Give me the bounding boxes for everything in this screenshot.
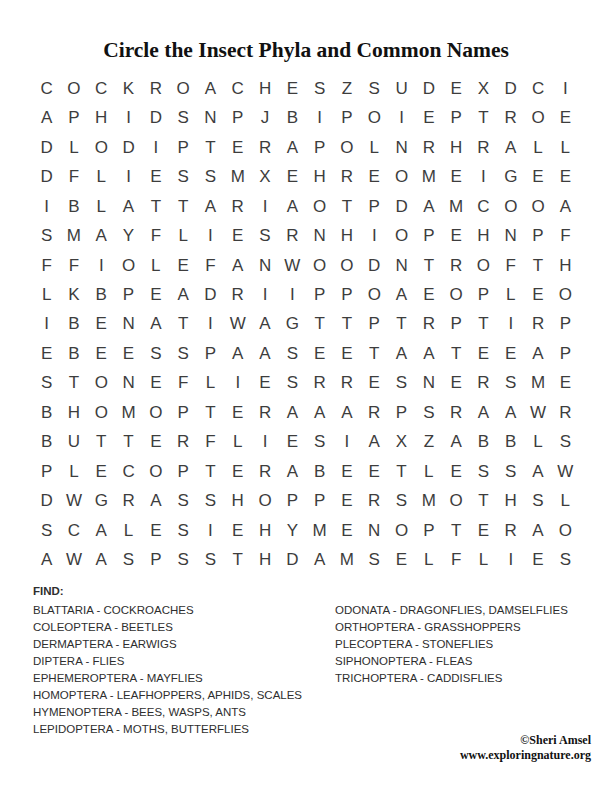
grid-cell[interactable]: T (361, 339, 388, 368)
grid-cell[interactable]: S (279, 369, 306, 398)
grid-cell[interactable]: E (552, 103, 579, 132)
grid-cell[interactable]: N (251, 251, 278, 280)
grid-cell[interactable]: L (197, 369, 224, 398)
grid-cell[interactable]: E (251, 369, 278, 398)
grid-cell[interactable]: L (524, 428, 551, 457)
grid-cell[interactable]: N (361, 516, 388, 545)
grid-cell[interactable]: P (415, 516, 442, 545)
grid-cell[interactable]: E (224, 133, 251, 162)
grid-cell[interactable]: L (60, 457, 87, 486)
grid-cell[interactable]: T (60, 369, 87, 398)
grid-cell[interactable]: S (306, 428, 333, 457)
grid-cell[interactable]: S (169, 516, 196, 545)
grid-cell[interactable]: D (197, 280, 224, 309)
grid-cell[interactable]: O (142, 398, 169, 427)
grid-cell[interactable]: F (33, 251, 60, 280)
grid-cell[interactable]: E (279, 74, 306, 103)
grid-cell[interactable]: E (224, 398, 251, 427)
grid-cell[interactable]: E (142, 162, 169, 191)
grid-cell[interactable]: O (306, 192, 333, 221)
grid-cell[interactable]: P (60, 103, 87, 132)
grid-cell[interactable]: U (60, 428, 87, 457)
grid-cell[interactable]: X (251, 162, 278, 191)
grid-cell[interactable]: E (361, 457, 388, 486)
grid-cell[interactable]: T (169, 192, 196, 221)
grid-cell[interactable]: O (361, 280, 388, 309)
grid-cell[interactable]: T (470, 103, 497, 132)
grid-cell[interactable]: B (60, 192, 87, 221)
grid-cell[interactable]: L (33, 280, 60, 309)
grid-cell[interactable]: L (524, 133, 551, 162)
grid-cell[interactable]: G (497, 162, 524, 191)
grid-cell[interactable]: S (251, 221, 278, 250)
grid-cell[interactable]: S (552, 428, 579, 457)
grid-cell[interactable]: P (306, 133, 333, 162)
grid-cell[interactable]: H (442, 133, 469, 162)
grid-cell[interactable]: O (88, 398, 115, 427)
grid-cell[interactable]: T (142, 192, 169, 221)
grid-cell[interactable]: R (251, 398, 278, 427)
grid-cell[interactable]: R (497, 516, 524, 545)
grid-cell[interactable]: J (251, 103, 278, 132)
grid-cell[interactable]: H (224, 487, 251, 516)
grid-cell[interactable]: C (88, 74, 115, 103)
grid-cell[interactable]: T (388, 310, 415, 339)
grid-cell[interactable]: P (169, 398, 196, 427)
grid-cell[interactable]: R (470, 369, 497, 398)
grid-cell[interactable]: S (388, 487, 415, 516)
grid-cell[interactable]: D (415, 74, 442, 103)
grid-cell[interactable]: A (279, 398, 306, 427)
grid-cell[interactable]: T (442, 339, 469, 368)
grid-cell[interactable]: E (470, 516, 497, 545)
grid-cell[interactable]: E (169, 251, 196, 280)
grid-cell[interactable]: O (552, 516, 579, 545)
grid-cell[interactable]: W (279, 251, 306, 280)
grid-cell[interactable]: E (224, 516, 251, 545)
grid-cell[interactable]: O (169, 74, 196, 103)
grid-cell[interactable]: S (169, 487, 196, 516)
grid-cell[interactable]: E (361, 369, 388, 398)
grid-cell[interactable]: S (470, 457, 497, 486)
grid-cell[interactable]: A (415, 192, 442, 221)
grid-cell[interactable]: D (142, 103, 169, 132)
grid-cell[interactable]: F (169, 369, 196, 398)
grid-cell[interactable]: I (115, 103, 142, 132)
grid-cell[interactable]: R (415, 310, 442, 339)
grid-cell[interactable]: R (224, 280, 251, 309)
grid-cell[interactable]: B (60, 339, 87, 368)
grid-cell[interactable]: O (88, 133, 115, 162)
grid-cell[interactable]: S (33, 221, 60, 250)
grid-cell[interactable]: I (497, 546, 524, 575)
grid-cell[interactable]: T (470, 310, 497, 339)
grid-cell[interactable]: R (333, 369, 360, 398)
grid-cell[interactable]: D (115, 133, 142, 162)
grid-cell[interactable]: I (33, 310, 60, 339)
grid-cell[interactable]: H (88, 103, 115, 132)
grid-cell[interactable]: M (60, 221, 87, 250)
grid-cell[interactable]: E (524, 280, 551, 309)
grid-cell[interactable]: O (524, 192, 551, 221)
grid-cell[interactable]: T (524, 251, 551, 280)
grid-cell[interactable]: F (142, 221, 169, 250)
grid-cell[interactable]: B (470, 428, 497, 457)
grid-cell[interactable]: R (306, 369, 333, 398)
grid-cell[interactable]: S (169, 339, 196, 368)
grid-cell[interactable]: P (333, 103, 360, 132)
grid-cell[interactable]: O (142, 457, 169, 486)
grid-cell[interactable]: E (552, 162, 579, 191)
grid-cell[interactable]: I (88, 251, 115, 280)
grid-cell[interactable]: Z (415, 428, 442, 457)
grid-cell[interactable]: A (306, 546, 333, 575)
grid-cell[interactable]: C (115, 457, 142, 486)
grid-cell[interactable]: C (470, 192, 497, 221)
grid-cell[interactable]: E (442, 369, 469, 398)
grid-cell[interactable]: E (115, 339, 142, 368)
grid-cell[interactable]: B (497, 428, 524, 457)
grid-cell[interactable]: M (224, 162, 251, 191)
grid-cell[interactable]: E (333, 487, 360, 516)
grid-cell[interactable]: D (33, 162, 60, 191)
grid-cell[interactable]: A (88, 546, 115, 575)
grid-cell[interactable]: S (169, 546, 196, 575)
grid-cell[interactable]: S (388, 369, 415, 398)
grid-cell[interactable]: O (333, 251, 360, 280)
grid-cell[interactable]: W (60, 546, 87, 575)
grid-cell[interactable]: I (197, 310, 224, 339)
grid-cell[interactable]: R (115, 487, 142, 516)
grid-cell[interactable]: I (552, 74, 579, 103)
grid-cell[interactable]: F (60, 162, 87, 191)
grid-cell[interactable]: S (552, 546, 579, 575)
grid-cell[interactable]: E (142, 516, 169, 545)
grid-cell[interactable]: T (470, 487, 497, 516)
grid-cell[interactable]: I (497, 310, 524, 339)
grid-cell[interactable]: T (415, 251, 442, 280)
grid-cell[interactable]: P (224, 103, 251, 132)
grid-cell[interactable]: A (224, 339, 251, 368)
grid-cell[interactable]: E (33, 339, 60, 368)
grid-cell[interactable]: E (524, 546, 551, 575)
grid-cell[interactable]: R (415, 133, 442, 162)
grid-cell[interactable]: C (224, 74, 251, 103)
grid-cell[interactable]: M (115, 398, 142, 427)
grid-cell[interactable]: L (115, 516, 142, 545)
grid-cell[interactable]: T (115, 428, 142, 457)
grid-cell[interactable]: P (115, 280, 142, 309)
grid-cell[interactable]: A (552, 192, 579, 221)
grid-cell[interactable]: A (142, 487, 169, 516)
grid-cell[interactable]: O (470, 251, 497, 280)
grid-cell[interactable]: P (524, 221, 551, 250)
grid-cell[interactable]: N (306, 221, 333, 250)
grid-cell[interactable]: S (115, 546, 142, 575)
grid-cell[interactable]: A (88, 221, 115, 250)
grid-cell[interactable]: I (279, 280, 306, 309)
grid-cell[interactable]: T (388, 457, 415, 486)
grid-cell[interactable]: R (169, 428, 196, 457)
grid-cell[interactable]: N (388, 133, 415, 162)
grid-cell[interactable]: O (306, 251, 333, 280)
grid-cell[interactable]: A (524, 339, 551, 368)
grid-cell[interactable]: P (442, 310, 469, 339)
grid-cell[interactable]: S (524, 487, 551, 516)
grid-cell[interactable]: R (333, 162, 360, 191)
grid-cell[interactable]: D (361, 251, 388, 280)
grid-cell[interactable]: K (60, 280, 87, 309)
grid-cell[interactable]: E (333, 516, 360, 545)
grid-cell[interactable]: E (142, 428, 169, 457)
grid-cell[interactable]: M (415, 487, 442, 516)
grid-cell[interactable]: F (497, 251, 524, 280)
grid-cell[interactable]: A (415, 339, 442, 368)
grid-cell[interactable]: O (361, 103, 388, 132)
grid-cell[interactable]: T (197, 133, 224, 162)
grid-cell[interactable]: N (388, 251, 415, 280)
grid-cell[interactable]: S (306, 74, 333, 103)
grid-cell[interactable]: L (470, 546, 497, 575)
grid-cell[interactable]: D (279, 546, 306, 575)
grid-cell[interactable]: W (224, 310, 251, 339)
grid-cell[interactable]: R (224, 192, 251, 221)
grid-cell[interactable]: I (197, 516, 224, 545)
grid-cell[interactable]: I (470, 162, 497, 191)
grid-cell[interactable]: F (60, 251, 87, 280)
grid-cell[interactable]: R (279, 221, 306, 250)
grid-cell[interactable]: Y (115, 221, 142, 250)
grid-cell[interactable]: G (279, 310, 306, 339)
grid-cell[interactable]: I (251, 428, 278, 457)
grid-cell[interactable]: R (251, 133, 278, 162)
grid-cell[interactable]: A (279, 192, 306, 221)
grid-cell[interactable]: T (197, 398, 224, 427)
grid-cell[interactable]: E (388, 546, 415, 575)
grid-cell[interactable]: T (88, 428, 115, 457)
grid-cell[interactable]: S (361, 74, 388, 103)
grid-cell[interactable]: P (361, 192, 388, 221)
grid-cell[interactable]: H (333, 221, 360, 250)
grid-cell[interactable]: B (88, 280, 115, 309)
grid-cell[interactable]: S (197, 487, 224, 516)
grid-cell[interactable]: N (497, 221, 524, 250)
grid-cell[interactable]: E (415, 280, 442, 309)
grid-cell[interactable]: T (197, 457, 224, 486)
grid-cell[interactable]: I (361, 221, 388, 250)
grid-cell[interactable]: S (142, 339, 169, 368)
grid-cell[interactable]: A (169, 280, 196, 309)
grid-cell[interactable]: S (497, 369, 524, 398)
grid-cell[interactable]: S (197, 162, 224, 191)
grid-cell[interactable]: E (552, 369, 579, 398)
grid-cell[interactable]: P (361, 310, 388, 339)
grid-cell[interactable]: P (142, 546, 169, 575)
grid-cell[interactable]: I (306, 103, 333, 132)
grid-cell[interactable]: A (251, 310, 278, 339)
grid-cell[interactable]: S (279, 339, 306, 368)
grid-cell[interactable]: S (33, 516, 60, 545)
grid-cell[interactable]: P (415, 221, 442, 250)
grid-cell[interactable]: E (142, 280, 169, 309)
grid-cell[interactable]: P (169, 457, 196, 486)
grid-cell[interactable]: N (197, 103, 224, 132)
grid-cell[interactable]: R (361, 487, 388, 516)
grid-cell[interactable]: H (251, 546, 278, 575)
grid-cell[interactable]: S (197, 546, 224, 575)
grid-cell[interactable]: D (497, 74, 524, 103)
grid-cell[interactable]: L (415, 546, 442, 575)
grid-cell[interactable]: A (115, 192, 142, 221)
grid-cell[interactable]: A (388, 339, 415, 368)
grid-cell[interactable]: E (224, 457, 251, 486)
grid-cell[interactable]: A (224, 251, 251, 280)
grid-cell[interactable]: A (33, 103, 60, 132)
grid-cell[interactable]: E (442, 457, 469, 486)
grid-cell[interactable]: I (388, 103, 415, 132)
grid-cell[interactable]: I (333, 428, 360, 457)
grid-cell[interactable]: L (142, 251, 169, 280)
grid-cell[interactable]: S (169, 103, 196, 132)
grid-cell[interactable]: E (442, 162, 469, 191)
grid-cell[interactable]: L (88, 162, 115, 191)
grid-cell[interactable]: E (497, 339, 524, 368)
grid-cell[interactable]: D (33, 133, 60, 162)
grid-cell[interactable]: E (442, 221, 469, 250)
grid-cell[interactable]: O (60, 74, 87, 103)
grid-cell[interactable]: N (415, 369, 442, 398)
grid-cell[interactable]: P (306, 487, 333, 516)
grid-cell[interactable]: O (388, 221, 415, 250)
grid-cell[interactable]: R (524, 310, 551, 339)
grid-cell[interactable]: L (361, 133, 388, 162)
grid-cell[interactable]: B (306, 457, 333, 486)
grid-cell[interactable]: L (88, 192, 115, 221)
grid-cell[interactable]: L (169, 221, 196, 250)
grid-cell[interactable]: A (361, 428, 388, 457)
grid-cell[interactable]: P (279, 487, 306, 516)
grid-cell[interactable]: F (197, 428, 224, 457)
grid-cell[interactable]: A (251, 339, 278, 368)
grid-cell[interactable]: K (115, 74, 142, 103)
grid-cell[interactable]: E (224, 221, 251, 250)
grid-cell[interactable]: M (306, 516, 333, 545)
grid-cell[interactable]: E (470, 339, 497, 368)
grid-cell[interactable]: P (197, 339, 224, 368)
grid-cell[interactable]: A (197, 192, 224, 221)
grid-cell[interactable]: M (524, 369, 551, 398)
grid-cell[interactable]: L (415, 457, 442, 486)
grid-cell[interactable]: T (333, 310, 360, 339)
grid-cell[interactable]: X (388, 428, 415, 457)
grid-cell[interactable]: A (388, 280, 415, 309)
grid-cell[interactable]: A (333, 398, 360, 427)
grid-cell[interactable]: C (33, 74, 60, 103)
grid-cell[interactable]: L (552, 487, 579, 516)
grid-cell[interactable]: P (388, 398, 415, 427)
grid-cell[interactable]: P (306, 280, 333, 309)
grid-cell[interactable]: R (442, 398, 469, 427)
grid-cell[interactable]: I (115, 162, 142, 191)
grid-cell[interactable]: P (169, 133, 196, 162)
grid-cell[interactable]: P (33, 457, 60, 486)
grid-cell[interactable]: T (224, 546, 251, 575)
grid-cell[interactable]: A (524, 516, 551, 545)
grid-cell[interactable]: R (361, 398, 388, 427)
grid-cell[interactable]: A (497, 133, 524, 162)
grid-cell[interactable]: P (333, 280, 360, 309)
grid-cell[interactable]: O (442, 280, 469, 309)
grid-cell[interactable]: E (306, 339, 333, 368)
grid-cell[interactable]: L (224, 428, 251, 457)
grid-cell[interactable]: T (333, 192, 360, 221)
grid-cell[interactable]: A (524, 457, 551, 486)
grid-cell[interactable]: O (388, 162, 415, 191)
grid-cell[interactable]: L (60, 133, 87, 162)
grid-cell[interactable]: A (279, 133, 306, 162)
grid-cell[interactable]: O (442, 487, 469, 516)
grid-cell[interactable]: O (497, 192, 524, 221)
grid-cell[interactable]: E (279, 162, 306, 191)
grid-cell[interactable]: B (33, 428, 60, 457)
grid-cell[interactable]: O (115, 251, 142, 280)
grid-cell[interactable]: P (470, 280, 497, 309)
grid-cell[interactable]: E (333, 457, 360, 486)
grid-cell[interactable]: I (251, 192, 278, 221)
grid-cell[interactable]: E (415, 103, 442, 132)
grid-cell[interactable]: A (33, 546, 60, 575)
grid-cell[interactable]: B (279, 103, 306, 132)
grid-cell[interactable]: I (33, 192, 60, 221)
grid-cell[interactable]: E (88, 339, 115, 368)
grid-cell[interactable]: N (115, 369, 142, 398)
grid-cell[interactable]: O (88, 369, 115, 398)
grid-cell[interactable]: A (279, 457, 306, 486)
grid-cell[interactable]: A (88, 516, 115, 545)
grid-cell[interactable]: N (115, 310, 142, 339)
grid-cell[interactable]: H (60, 398, 87, 427)
grid-cell[interactable]: S (361, 546, 388, 575)
grid-cell[interactable]: I (142, 133, 169, 162)
grid-cell[interactable]: A (442, 428, 469, 457)
grid-cell[interactable]: S (415, 398, 442, 427)
grid-cell[interactable]: M (415, 162, 442, 191)
grid-cell[interactable]: H (552, 251, 579, 280)
grid-cell[interactable]: A (142, 310, 169, 339)
grid-cell[interactable]: O (524, 103, 551, 132)
grid-cell[interactable]: R (442, 251, 469, 280)
grid-cell[interactable]: S (169, 162, 196, 191)
grid-cell[interactable]: L (497, 280, 524, 309)
grid-cell[interactable]: O (251, 487, 278, 516)
grid-cell[interactable]: W (524, 398, 551, 427)
grid-cell[interactable]: B (60, 310, 87, 339)
grid-cell[interactable]: D (33, 487, 60, 516)
grid-cell[interactable]: A (306, 398, 333, 427)
grid-cell[interactable]: Z (333, 74, 360, 103)
grid-cell[interactable]: A (197, 74, 224, 103)
grid-cell[interactable]: P (552, 339, 579, 368)
grid-cell[interactable]: H (251, 74, 278, 103)
grid-cell[interactable]: P (552, 310, 579, 339)
grid-cell[interactable]: I (224, 369, 251, 398)
grid-cell[interactable]: H (306, 162, 333, 191)
grid-cell[interactable]: W (552, 457, 579, 486)
grid-cell[interactable]: Y (279, 516, 306, 545)
grid-cell[interactable]: M (333, 546, 360, 575)
grid-cell[interactable]: E (88, 310, 115, 339)
grid-cell[interactable]: I (197, 221, 224, 250)
